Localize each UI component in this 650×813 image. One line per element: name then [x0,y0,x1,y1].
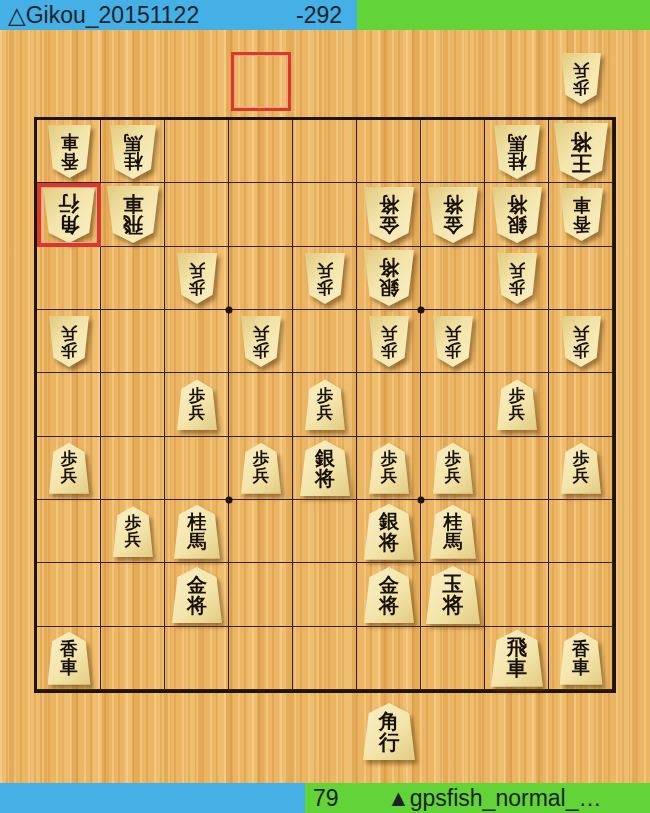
board-square[interactable]: 歩兵 [549,310,613,373]
board-square[interactable]: 歩兵 [165,247,229,310]
piece-gote-pawn[interactable]: 歩兵 [177,253,217,304]
board-square[interactable]: 歩兵 [101,500,165,563]
board-square[interactable]: 歩兵 [229,310,293,373]
board-square[interactable] [357,373,421,436]
shogi-app: △Gikou_20151122 -292 歩兵 香車桂馬桂馬王将角行飛車金将金将… [0,0,650,813]
board-square[interactable] [293,120,357,183]
piece-sente-gold[interactable]: 金将 [172,567,222,623]
board-square[interactable]: 歩兵 [293,247,357,310]
board-square[interactable]: 銀将 [293,437,357,500]
board-square[interactable]: 香車 [549,627,613,690]
move-number: 79 [305,783,339,813]
piece-sente-pawn[interactable]: 歩兵 [497,379,537,430]
hand-origin-highlight [231,52,291,111]
board-square[interactable]: 玉将 [421,563,485,626]
piece-sente-pawn[interactable]: 歩兵 [177,379,217,430]
gote-player-plate: △Gikou_20151122 -292 [0,0,357,30]
star-point [418,497,425,504]
board-square[interactable] [229,627,293,690]
shogi-board: 香車桂馬桂馬王将角行飛車金将金将銀将香車歩兵歩兵銀将歩兵歩兵歩兵歩兵歩兵歩兵歩兵… [34,117,616,693]
piece-sente-gold[interactable]: 金将 [364,567,414,623]
board-square[interactable]: 桂馬 [101,120,165,183]
board-square[interactable] [421,373,485,436]
board-square[interactable] [293,627,357,690]
board-square[interactable]: 歩兵 [549,437,613,500]
board-square[interactable]: 金将 [357,183,421,246]
board-square[interactable] [165,627,229,690]
board-square[interactable]: 歩兵 [485,247,549,310]
board-square[interactable]: 歩兵 [357,310,421,373]
piece-sente-bishop[interactable]: 角行 [363,703,415,760]
gote-player-name: △Gikou_20151122 [0,0,199,30]
sente-time-bar [0,783,305,813]
board-square[interactable]: 香車 [37,627,101,690]
board-square[interactable] [421,627,485,690]
board-square[interactable]: 金将 [165,563,229,626]
piece-gote-gold[interactable]: 金将 [428,187,478,243]
piece-sente-knight[interactable]: 桂馬 [430,505,476,559]
board-square[interactable]: 歩兵 [165,373,229,436]
board-square[interactable]: 王将 [549,120,613,183]
board-square[interactable]: 歩兵 [229,437,293,500]
piece-gote-pawn[interactable]: 歩兵 [49,316,89,367]
piece-gote-lance[interactable]: 香車 [560,188,603,241]
board-square[interactable]: 歩兵 [485,373,549,436]
piece-gote-gold[interactable]: 金将 [364,187,414,243]
board-square[interactable]: 歩兵 [357,437,421,500]
piece-gote-silver[interactable]: 銀将 [364,250,414,306]
board-square[interactable] [485,437,549,500]
piece-sente-silver[interactable]: 銀将 [300,440,350,496]
sente-hand-bishop[interactable]: 角行 [363,703,415,760]
piece-sente-pawn[interactable]: 歩兵 [113,506,153,557]
board-square[interactable] [421,120,485,183]
piece-sente-pawn[interactable]: 歩兵 [433,443,473,494]
evaluation-score: -292 [296,0,342,30]
piece-sente-king[interactable]: 玉将 [426,566,480,624]
board-square[interactable] [485,500,549,563]
board-square[interactable] [549,373,613,436]
board-square[interactable] [357,120,421,183]
board-square[interactable]: 香車 [37,120,101,183]
piece-sente-rook[interactable]: 飛車 [491,630,543,687]
board-square[interactable] [37,563,101,626]
gote-time-bar [357,0,650,30]
board-square[interactable]: 金将 [357,563,421,626]
board-square[interactable]: 桂馬 [165,500,229,563]
board-square[interactable]: 飛車 [101,183,165,246]
board-square[interactable]: 歩兵 [37,437,101,500]
top-status-bar: △Gikou_20151122 -292 [0,0,650,30]
piece-gote-lance[interactable]: 香車 [48,125,91,178]
piece-gote-rook[interactable]: 飛車 [107,186,159,243]
board-square[interactable] [293,183,357,246]
star-point [226,497,233,504]
board-square[interactable]: 歩兵 [421,310,485,373]
piece-gote-pawn[interactable]: 歩兵 [433,316,473,367]
board-square[interactable] [165,310,229,373]
board-square[interactable]: 歩兵 [37,310,101,373]
board-square[interactable]: 飛車 [485,627,549,690]
board-square[interactable] [229,247,293,310]
board-square[interactable] [165,183,229,246]
piece-gote-pawn[interactable]: 歩兵 [497,253,537,304]
board-square[interactable] [485,563,549,626]
board-square[interactable] [485,310,549,373]
board-square[interactable] [37,500,101,563]
piece-sente-silver[interactable]: 銀将 [364,504,414,560]
board-square[interactable] [357,627,421,690]
piece-gote-pawn[interactable]: 歩兵 [241,316,281,367]
board-square[interactable] [293,310,357,373]
board-square[interactable] [101,373,165,436]
piece-gote-king[interactable]: 王将 [554,123,608,181]
piece-gote-pawn[interactable]: 歩兵 [305,253,345,304]
star-point [226,307,233,314]
board-square[interactable] [165,437,229,500]
board-square[interactable] [229,183,293,246]
board-square[interactable]: 銀将 [357,500,421,563]
board-square[interactable] [165,120,229,183]
piece-sente-pawn[interactable]: 歩兵 [305,379,345,430]
board-square[interactable] [229,500,293,563]
board-square[interactable]: 桂馬 [485,120,549,183]
board-square[interactable] [101,310,165,373]
piece-sente-pawn[interactable]: 歩兵 [369,443,409,494]
piece-gote-pawn[interactable]: 歩兵 [561,53,601,104]
piece-sente-pawn[interactable]: 歩兵 [49,443,89,494]
piece-gote-knight[interactable]: 桂馬 [494,125,540,179]
piece-gote-silver[interactable]: 銀将 [492,187,542,243]
board-square[interactable]: 香車 [549,183,613,246]
board-square[interactable]: 銀将 [357,247,421,310]
board-square[interactable] [293,500,357,563]
board-square[interactable] [549,247,613,310]
piece-sente-lance[interactable]: 香車 [560,632,603,685]
board-square[interactable] [101,627,165,690]
piece-sente-pawn[interactable]: 歩兵 [561,443,601,494]
board-square[interactable]: 歩兵 [421,437,485,500]
board-square[interactable] [229,373,293,436]
piece-sente-knight[interactable]: 桂馬 [174,505,220,559]
board-square[interactable] [229,563,293,626]
board-square[interactable] [421,247,485,310]
board-square[interactable] [37,373,101,436]
sente-player-name: ▲gpsfish_normal_… [387,783,602,813]
board-square[interactable] [549,500,613,563]
piece-gote-bishop[interactable]: 角行 [43,186,95,243]
piece-gote-pawn[interactable]: 歩兵 [369,316,409,367]
piece-sente-lance[interactable]: 香車 [48,632,91,685]
piece-gote-pawn[interactable]: 歩兵 [561,316,601,367]
gote-hand-pawn[interactable]: 歩兵 [561,53,601,104]
sente-player-plate: 79 ▲gpsfish_normal_… [305,783,650,813]
board-square[interactable]: 桂馬 [421,500,485,563]
board-square[interactable] [549,563,613,626]
star-point [418,307,425,314]
board-square[interactable] [101,437,165,500]
board-square[interactable]: 金将 [421,183,485,246]
piece-sente-pawn[interactable]: 歩兵 [241,443,281,494]
board-square[interactable] [101,247,165,310]
board-square[interactable] [101,563,165,626]
board-square[interactable] [229,120,293,183]
board-square[interactable] [293,563,357,626]
bottom-status-bar: 79 ▲gpsfish_normal_… [0,783,650,813]
board-square[interactable] [37,247,101,310]
board-square[interactable]: 銀将 [485,183,549,246]
board-square[interactable]: 角行 [37,183,101,246]
board-square[interactable]: 歩兵 [293,373,357,436]
piece-gote-knight[interactable]: 桂馬 [110,125,156,179]
